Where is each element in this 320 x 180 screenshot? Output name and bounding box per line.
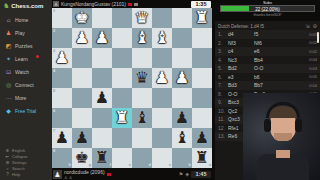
piece-white-P-h3[interactable]: ♟ [52,48,72,68]
square-h6[interactable]: 6 [52,108,72,128]
piece-black-Q-d4[interactable]: ♛ [132,68,152,88]
sidebar-item-more[interactable]: ⋯More [0,91,52,104]
move-time: 0:02 [309,49,317,54]
move-number: 10. [218,108,228,114]
square-b7[interactable]: ♝ [172,128,192,148]
square-b6[interactable]: ♟ [172,108,192,128]
top-player-flag-icon [128,3,132,6]
black-move[interactable]: Nf6 [254,40,280,46]
sidebar-item-connect[interactable]: ◎Connect [0,78,52,91]
moves-scrollbar[interactable] [317,32,319,43]
draw-offer-icon[interactable]: ◈ [185,171,189,177]
square-d1[interactable]: ♛ [132,8,152,28]
sidebar-footer-collapse[interactable]: ⇤Collapse [5,153,28,159]
square-g4[interactable] [72,68,92,88]
sidebar-item-label: Free Trial [15,108,36,114]
sidebar-item-play[interactable]: ♟Play [0,26,52,39]
sidebar-item-label: Home [15,17,28,23]
square-e3[interactable] [112,48,132,68]
white-move[interactable]: e3 [228,74,254,80]
piece-black-P-g7[interactable]: ♟ [72,128,92,148]
white-move[interactable]: Nf3 [228,40,254,46]
square-f2[interactable]: ♟ [92,28,112,48]
move-number: 9. [218,99,228,105]
square-d5[interactable] [132,88,152,108]
sidebar-item-watch[interactable]: ⊡Watch [0,65,52,78]
sidebar-item-free-trial[interactable]: ◆Free Trial [0,104,52,117]
play-icon: ♟ [5,29,12,36]
file-label-h: h [69,163,71,167]
black-move[interactable]: b6 [254,74,280,80]
sub-goal-overlay: Subs 22 (22.00%) thanks best303! [215,0,320,21]
move-row: 2.Nf3Nf60:02 [215,39,320,48]
square-g5[interactable] [72,88,92,108]
sidebar-item-label: Puzzles [15,43,33,49]
english-icon: ⊕ [5,148,10,153]
square-b4[interactable]: ♟ [172,68,192,88]
goal-progress-bar: 22 (22.00%) [220,5,315,12]
bottom-player-avatar[interactable]: ♟ [53,170,62,179]
square-b1[interactable] [172,8,192,28]
streamer-beard [274,133,292,141]
square-g1[interactable]: ♚ [72,8,92,28]
square-f5[interactable]: ♟ [92,88,112,108]
file-label-e: e [129,163,131,167]
rank-label-4: 4 [53,69,55,73]
piece-white-K-g1[interactable]: ♚ [72,8,92,28]
notification-badge [36,55,39,58]
move-number: 3. [218,48,228,54]
move-number: 2. [218,40,228,46]
square-b5[interactable] [172,88,192,108]
square-c5[interactable] [152,88,172,108]
rank-label-8: 8 [53,149,55,153]
piece-white-P-c4[interactable]: ♟ [152,68,172,88]
square-e4[interactable] [112,68,132,88]
square-b2[interactable] [172,28,192,48]
square-c7[interactable] [152,128,172,148]
white-move[interactable]: d4 [228,31,254,37]
expand-icon[interactable]: ⇲ [305,23,309,29]
move-row: 6.e3b60:05 [215,73,320,82]
bottom-player-name[interactable]: nordicdude (2096) [64,169,105,175]
search-icon: ⌕ [5,166,10,171]
piece-white-P-b4[interactable]: ♟ [172,68,192,88]
black-move[interactable]: Bb4 [254,57,280,63]
move-time: 0:04 [309,83,317,88]
square-c8[interactable]: c [152,148,172,168]
square-h4[interactable]: 4 [52,68,72,88]
square-f1[interactable] [92,8,112,28]
piece-black-R-f8[interactable]: ♜ [92,148,112,168]
opening-row: Dutch Defense: 1.d4 f5 ⇲ ⚙ [215,21,320,30]
square-g7[interactable]: ♟ [72,128,92,148]
footer-item-label: English [12,148,25,153]
white-move[interactable]: Nc3 [228,57,254,63]
move-time: 0:02 [309,40,317,45]
square-e2[interactable] [112,28,132,48]
move-row: 4.Nc3Bb40:04 [215,56,320,65]
square-h8[interactable]: 8h [52,148,72,168]
top-player-bar: ♙ KungsNordangGustav (2101) 1:35 [52,0,212,8]
piece-black-P-f5[interactable]: ♟ [92,88,112,108]
move-time: 0:01 [309,32,317,37]
piece-white-R-a1[interactable]: ♜ [192,8,212,28]
black-clock: 1:45 [191,171,211,178]
square-b3[interactable] [172,48,192,68]
move-number: 8. [218,91,228,97]
rank-label-1: 1 [53,9,55,13]
resign-flag-icon[interactable]: ⚑ [179,171,183,177]
move-number: 6. [218,74,228,80]
move-row: 3.c4e60:02 [215,47,320,56]
square-d4[interactable]: ♛ [132,68,152,88]
square-c2[interactable]: ♝ [152,28,172,48]
more-icon: ⋯ [5,94,12,101]
move-row: 1.d4f50:01 [215,30,320,39]
settings-icon: ⚙ [5,160,10,165]
white-move[interactable]: Bd3 [228,82,254,88]
black-move[interactable]: e6 [254,48,280,54]
sidebar-item-puzzles[interactable]: ◩Puzzles [0,39,52,52]
square-g8[interactable]: g♚ [72,148,92,168]
piece-black-P-h7[interactable]: ♟ [52,128,72,148]
black-move[interactable]: f5 [254,31,280,37]
rank-label-5: 5 [53,89,55,93]
footer-item-label: Help [12,172,20,177]
piece-black-P-a7[interactable]: ♟ [192,128,212,148]
sidebar-item-learn[interactable]: ✦Learn [0,52,52,65]
watch-icon: ⊡ [5,68,12,75]
square-a1[interactable]: ♜ [192,8,212,28]
white-clock: 1:35 [191,1,211,8]
sidebar-footer-english[interactable]: ⊕English [5,147,28,153]
footer-item-label: Collapse [12,154,28,159]
chesscom-logo[interactable]: ♞ Chess.com [0,0,52,11]
move-number: 12. [218,125,228,131]
move-number: 1. [218,31,228,37]
square-e8[interactable]: e [112,148,132,168]
square-h3[interactable]: 3♟ [52,48,72,68]
square-d2[interactable]: ♝ [132,28,152,48]
piece-black-B-d6[interactable]: ♝ [132,108,152,128]
move-number: 4. [218,57,228,63]
black-move[interactable]: Bb7 [254,82,280,88]
sidebar-footer-settings[interactable]: ⚙Settings [5,159,28,165]
square-a2[interactable] [192,28,212,48]
piece-black-P-b6[interactable]: ♟ [172,108,192,128]
square-d3[interactable] [132,48,152,68]
move-time: 0:05 [309,74,317,79]
square-e1[interactable] [112,8,132,28]
move-number: 7. [218,82,228,88]
headphones-band-icon [266,102,300,118]
free-trial-icon: ◆ [5,107,12,114]
knight-logo-icon: ♞ [3,2,9,9]
file-label-b: b [189,163,191,167]
learn-icon: ✦ [5,55,12,62]
square-h2[interactable]: 2 [52,28,72,48]
file-label-d: d [149,163,151,167]
puzzles-icon: ◩ [5,42,12,49]
sidebar-item-label: Connect [15,82,34,88]
white-move[interactable]: Bd2 [228,65,254,71]
square-c6[interactable] [152,108,172,128]
square-a5[interactable] [192,88,212,108]
square-e7[interactable] [112,128,132,148]
rank-label-2: 2 [53,29,55,33]
black-move[interactable]: O-O [254,65,280,71]
sidebar-item-home[interactable]: ⌂Home [0,13,52,26]
bottom-player-bar: ♟ nordicdude (2096) ♙ ♙ ⚑ ◈ 1:45 [52,168,212,180]
square-d8[interactable]: d [132,148,152,168]
square-f7[interactable] [92,128,112,148]
square-g3[interactable] [72,48,92,68]
square-c3[interactable] [152,48,172,68]
sidebar-item-label: Learn [15,56,28,62]
square-d7[interactable] [132,128,152,148]
square-h7[interactable]: 7♟ [52,128,72,148]
webcam-overlay [243,93,320,180]
square-a7[interactable]: ♟ [192,128,212,148]
square-b8[interactable]: b [172,148,192,168]
top-player-avatar[interactable]: ♙ [53,1,59,7]
rank-label-6: 6 [53,109,55,113]
square-h1[interactable]: 1 [52,8,72,28]
footer-item-label: Search [12,166,25,171]
piece-white-B-c2[interactable]: ♝ [152,28,172,48]
square-f3[interactable] [92,48,112,68]
connect-icon: ◎ [5,81,12,88]
move-time: 0:03 [309,66,317,71]
opening-name: Dutch Defense: 1.d4 f5 [218,24,264,29]
square-h5[interactable]: 5 [52,88,72,108]
help-icon: ? [5,172,10,177]
sidebar-footer-help[interactable]: ?Help [5,171,28,177]
move-number: 13. [218,133,228,139]
sidebar-item-label: More [15,95,26,101]
sidebar: ♞ Chess.com ⌂Home♟Play◩Puzzles✦Learn⊡Wat… [0,0,52,180]
sidebar-footer-search[interactable]: ⌕Search [5,165,28,171]
move-time: 0:04 [309,57,317,62]
move-row: 5.Bd2O-O0:03 [215,64,320,73]
piece-white-B-d2[interactable]: ♝ [132,28,152,48]
chess-board[interactable]: 1♚♛♜2♟♟♝♝3♟4♛♟♟5♟6♜♝♟7♟♟♝♟8hg♚f♜edcba♜ [52,8,212,168]
top-player-badge-icon [134,3,138,6]
square-e6[interactable]: ♜ [112,108,132,128]
top-player-name[interactable]: KungsNordangGustav (2101) [61,1,126,7]
sidebar-item-label: Play [15,30,25,36]
headphone-cup-right-icon [295,119,302,132]
piece-white-P-f2[interactable]: ♟ [92,28,112,48]
square-a6[interactable] [192,108,212,128]
bottom-player-flag-icon [107,173,111,176]
square-a3[interactable] [192,48,212,68]
square-c4[interactable]: ♟ [152,68,172,88]
piece-black-K-g8[interactable]: ♚ [72,148,92,168]
square-a8[interactable]: a♜ [192,148,212,168]
square-a4[interactable] [192,68,212,88]
piece-white-R-e6[interactable]: ♜ [112,108,132,128]
square-g6[interactable] [72,108,92,128]
captured-pieces: ♙ ♙ [64,176,105,180]
piece-white-P-g2[interactable]: ♟ [72,28,92,48]
white-move[interactable]: c4 [228,48,254,54]
streamer-neck [276,150,290,158]
sidebar-footer: ⊕English⇤Collapse⚙Settings⌕Search?Help [5,147,28,177]
home-icon: ⌂ [5,17,12,23]
square-f6[interactable] [92,108,112,128]
collapse-icon: ⇤ [5,154,10,159]
goal-progress-text: 22 (22.00%) [221,6,314,13]
piece-black-B-b7[interactable]: ♝ [172,128,192,148]
sidebar-nav: ⌂Home♟Play◩Puzzles✦Learn⊡Watch◎Connect⋯M… [0,13,52,117]
square-e5[interactable] [112,88,132,108]
square-f4[interactable] [92,68,112,88]
move-row: 7.Bd3Bb70:04 [215,81,320,90]
square-f8[interactable]: f♜ [92,148,112,168]
square-d6[interactable]: ♝ [132,108,152,128]
square-g2[interactable]: ♟ [72,28,92,48]
piece-white-Q-d1[interactable]: ♛ [132,8,152,28]
gear-icon[interactable]: ⚙ [313,23,317,29]
logo-text: Chess.com [11,3,43,9]
square-c1[interactable] [152,8,172,28]
file-label-c: c [169,163,171,167]
sidebar-item-label: Watch [15,69,29,75]
footer-item-label: Settings [12,160,26,165]
move-number: 11. [218,116,228,122]
headphone-cup-left-icon [264,119,271,132]
move-number: 5. [218,65,228,71]
piece-black-R-a8[interactable]: ♜ [192,148,212,168]
